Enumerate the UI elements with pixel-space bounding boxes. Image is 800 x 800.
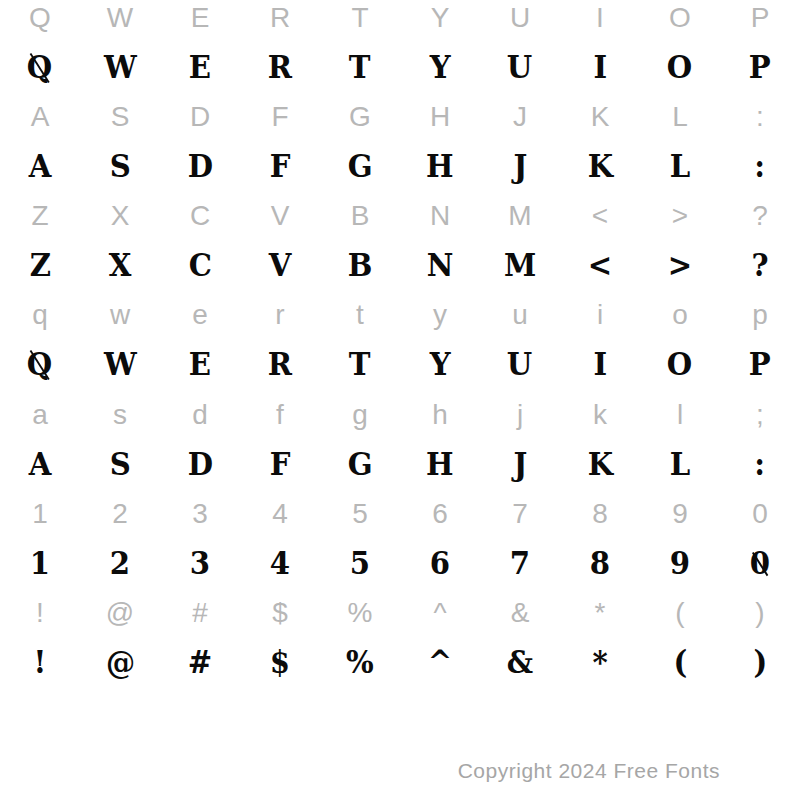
reference-glyph: y: [433, 301, 447, 329]
reference-glyph: R: [270, 4, 290, 32]
reference-glyph-cell: C: [160, 191, 240, 241]
reference-glyph: W: [107, 4, 133, 32]
reference-glyph-cell: @: [80, 588, 160, 638]
rendered-glyph-cell: ?: [720, 241, 800, 291]
rendered-glyph-cell: J: [480, 439, 560, 489]
reference-glyph-cell: $: [240, 588, 320, 638]
reference-glyph-cell: L: [640, 92, 720, 142]
rendered-glyph: G: [348, 151, 373, 182]
reference-glyph-cell: 1: [0, 489, 80, 539]
rendered-glyph-cell: D: [160, 142, 240, 192]
reference-glyph-cell: 3: [160, 489, 240, 539]
rendered-glyph: Y: [430, 349, 451, 380]
rendered-glyph-cell: T: [320, 340, 400, 390]
reference-glyph: J: [513, 103, 527, 131]
reference-glyph-cell: J: [480, 92, 560, 142]
rendered-glyph-cell: S: [80, 142, 160, 192]
rendered-glyph: #: [188, 647, 212, 678]
reference-glyph: p: [752, 301, 768, 329]
reference-glyph-cell: %: [320, 588, 400, 638]
rendered-glyph: D: [187, 449, 212, 480]
rendered-glyph: I: [593, 349, 607, 380]
reference-glyph: $: [272, 599, 288, 627]
reference-glyph: Z: [31, 202, 48, 230]
reference-glyph-cell: K: [560, 92, 640, 142]
rendered-glyph-cell: G: [320, 439, 400, 489]
rendered-glyph: ): [753, 647, 767, 678]
reference-glyph: 4: [272, 500, 288, 528]
rendered-glyph: 6: [430, 548, 450, 579]
reference-glyph-cell: M: [480, 191, 560, 241]
reference-glyph-cell: g: [320, 390, 400, 440]
reference-glyph: T: [351, 4, 368, 32]
reference-glyph-cell: e: [160, 291, 240, 341]
rendered-glyph: 7: [510, 548, 530, 579]
reference-glyph: l: [677, 401, 683, 429]
reference-glyph: t: [356, 301, 364, 329]
reference-glyph-cell: N: [400, 191, 480, 241]
reference-glyph-cell: 9: [640, 489, 720, 539]
rendered-glyph-cell: &: [480, 638, 560, 688]
reference-glyph-cell: #: [160, 588, 240, 638]
rendered-glyph: J: [513, 151, 527, 182]
reference-glyph: E: [191, 4, 210, 32]
reference-glyph-cell: (: [640, 588, 720, 638]
reference-glyph: 5: [352, 500, 368, 528]
reference-glyph: e: [192, 301, 208, 329]
rendered-glyph: K: [587, 151, 612, 182]
copyright-text: Copyright 2024 Free Fonts: [458, 759, 720, 783]
rendered-glyph: N: [427, 250, 454, 281]
rendered-glyph: L: [670, 151, 690, 182]
rendered-glyph: W: [104, 52, 137, 83]
reference-glyph: F: [271, 103, 288, 131]
reference-glyph: G: [349, 103, 371, 131]
reference-glyph: K: [591, 103, 610, 131]
reference-glyph-cell: X: [80, 191, 160, 241]
rendered-glyph: H: [426, 151, 454, 182]
reference-glyph: o: [672, 301, 688, 329]
rendered-glyph: %: [346, 647, 374, 678]
rendered-glyph: L: [670, 449, 690, 480]
rendered-glyph: <: [588, 250, 612, 281]
reference-glyph: !: [36, 599, 44, 627]
rendered-glyph-cell: U: [480, 340, 560, 390]
rendered-glyph-cell: :: [720, 142, 800, 192]
reference-glyph: i: [597, 301, 603, 329]
rendered-glyph: Q: [27, 349, 52, 380]
reference-glyph-cell: y: [400, 291, 480, 341]
reference-glyph: 0: [752, 500, 768, 528]
reference-glyph-cell: G: [320, 92, 400, 142]
reference-glyph: (: [675, 599, 684, 627]
rendered-glyph-cell: Y: [400, 43, 480, 93]
reference-glyph-cell: p: [720, 291, 800, 341]
rendered-glyph: E: [189, 349, 211, 380]
reference-glyph-cell: f: [240, 390, 320, 440]
reference-glyph-cell: I: [560, 0, 640, 43]
reference-glyph-cell: E: [160, 0, 240, 43]
rendered-glyph-cell: $: [240, 638, 320, 688]
rendered-glyph-cell: ): [720, 638, 800, 688]
reference-glyph-cell: s: [80, 390, 160, 440]
reference-glyph: h: [432, 401, 448, 429]
reference-glyph-cell: r: [240, 291, 320, 341]
reference-glyph: u: [512, 301, 528, 329]
rendered-glyph-cell: %: [320, 638, 400, 688]
rendered-glyph: I: [593, 52, 607, 83]
rendered-glyph: E: [189, 52, 211, 83]
rendered-glyph-cell: S: [80, 439, 160, 489]
rendered-glyph: O: [667, 349, 692, 380]
reference-glyph: M: [508, 202, 531, 230]
reference-glyph: f: [276, 401, 284, 429]
reference-glyph-cell: l: [640, 390, 720, 440]
reference-glyph-cell: T: [320, 0, 400, 43]
reference-glyph: L: [672, 103, 688, 131]
reference-glyph: ^: [433, 599, 446, 627]
reference-glyph-cell: a: [0, 390, 80, 440]
rendered-glyph-cell: J: [480, 142, 560, 192]
rendered-glyph-cell: <: [560, 241, 640, 291]
rendered-glyph: A: [29, 449, 52, 480]
reference-glyph-cell: V: [240, 191, 320, 241]
rendered-glyph-cell: 2: [80, 539, 160, 589]
reference-glyph-cell: ;: [720, 390, 800, 440]
rendered-glyph-cell: O: [640, 43, 720, 93]
rendered-glyph: F: [270, 449, 291, 480]
reference-glyph-cell: 5: [320, 489, 400, 539]
rendered-glyph: S: [109, 151, 130, 182]
rendered-glyph-cell: N: [400, 241, 480, 291]
rendered-glyph-cell: !: [0, 638, 80, 688]
rendered-glyph-cell: 6: [400, 539, 480, 589]
reference-glyph-cell: 8: [560, 489, 640, 539]
rendered-glyph: W: [104, 349, 137, 380]
reference-glyph-cell: :: [720, 92, 800, 142]
rendered-glyph-cell: C: [160, 241, 240, 291]
reference-glyph: 7: [512, 500, 528, 528]
character-grid: QWERTYUIOPQWERTYUIOPASDFGHJKL:ASDFGHJKL:…: [0, 0, 800, 687]
reference-glyph: k: [593, 401, 607, 429]
rendered-glyph-cell: L: [640, 439, 720, 489]
rendered-glyph-cell: A: [0, 439, 80, 489]
rendered-glyph: H: [426, 449, 454, 480]
reference-glyph-cell: Y: [400, 0, 480, 43]
rendered-glyph-cell: I: [560, 43, 640, 93]
rendered-glyph-cell: @: [80, 638, 160, 688]
rendered-glyph-cell: H: [400, 439, 480, 489]
reference-glyph: S: [111, 103, 130, 131]
rendered-glyph: S: [109, 449, 130, 480]
rendered-glyph-cell: 4: [240, 539, 320, 589]
reference-glyph: B: [351, 202, 370, 230]
reference-glyph-cell: 7: [480, 489, 560, 539]
rendered-glyph-cell: V: [240, 241, 320, 291]
rendered-glyph-cell: ^: [400, 638, 480, 688]
reference-glyph-cell: i: [560, 291, 640, 341]
reference-glyph: *: [595, 599, 606, 627]
rendered-glyph-cell: G: [320, 142, 400, 192]
rendered-glyph: Z: [29, 250, 50, 281]
rendered-glyph-cell: K: [560, 439, 640, 489]
rendered-glyph: Q: [27, 52, 52, 83]
reference-glyph-cell: 2: [80, 489, 160, 539]
reference-glyph-cell: D: [160, 92, 240, 142]
rendered-glyph-cell: L: [640, 142, 720, 192]
reference-glyph-cell: S: [80, 92, 160, 142]
rendered-glyph-cell: H: [400, 142, 480, 192]
rendered-glyph: :: [755, 151, 766, 182]
rendered-glyph-cell: M: [480, 241, 560, 291]
reference-glyph: A: [31, 103, 50, 131]
reference-glyph: q: [32, 301, 48, 329]
reference-glyph-cell: j: [480, 390, 560, 440]
rendered-glyph-cell: T: [320, 43, 400, 93]
rendered-glyph: !: [34, 647, 47, 678]
rendered-glyph: R: [268, 349, 292, 380]
rendered-glyph-cell: U: [480, 43, 560, 93]
rendered-glyph-cell: R: [240, 43, 320, 93]
reference-glyph: 2: [112, 500, 128, 528]
reference-glyph: w: [110, 301, 130, 329]
rendered-glyph: P: [749, 349, 771, 380]
reference-glyph-cell: U: [480, 0, 560, 43]
rendered-glyph: $: [270, 647, 290, 678]
reference-glyph: H: [430, 103, 450, 131]
reference-glyph-cell: o: [640, 291, 720, 341]
reference-glyph-cell: 4: [240, 489, 320, 539]
rendered-glyph: 2: [110, 548, 130, 579]
reference-glyph-cell: ?: [720, 191, 800, 241]
reference-glyph: 8: [592, 500, 608, 528]
rendered-glyph-cell: *: [560, 638, 640, 688]
rendered-glyph: X: [109, 250, 132, 281]
rendered-glyph: U: [507, 52, 532, 83]
rendered-glyph: A: [29, 151, 52, 182]
reference-glyph: C: [190, 202, 210, 230]
reference-glyph-cell: *: [560, 588, 640, 638]
reference-glyph: I: [596, 4, 604, 32]
rendered-glyph: T: [349, 52, 371, 83]
reference-glyph-cell: ): [720, 588, 800, 638]
reference-glyph-cell: Q: [0, 0, 80, 43]
rendered-glyph: 8: [590, 548, 610, 579]
reference-glyph: U: [510, 4, 530, 32]
reference-glyph-cell: d: [160, 390, 240, 440]
rendered-glyph: M: [504, 250, 536, 281]
rendered-glyph-cell: D: [160, 439, 240, 489]
rendered-glyph: P: [749, 52, 771, 83]
rendered-glyph: :: [755, 449, 766, 480]
rendered-glyph-cell: B: [320, 241, 400, 291]
reference-glyph-cell: Z: [0, 191, 80, 241]
reference-glyph: <: [592, 202, 608, 230]
reference-glyph-cell: ^: [400, 588, 480, 638]
rendered-glyph-cell: Q: [0, 43, 80, 93]
reference-glyph: :: [756, 103, 764, 131]
rendered-glyph-cell: :: [720, 439, 800, 489]
reference-glyph: Y: [431, 4, 450, 32]
reference-glyph: #: [192, 599, 208, 627]
rendered-glyph-cell: 5: [320, 539, 400, 589]
rendered-glyph-cell: E: [160, 340, 240, 390]
reference-glyph: &: [511, 599, 530, 627]
rendered-glyph-cell: 9: [640, 539, 720, 589]
rendered-glyph: 5: [350, 548, 370, 579]
reference-glyph: ;: [756, 401, 764, 429]
reference-glyph-cell: A: [0, 92, 80, 142]
reference-glyph: P: [751, 4, 770, 32]
reference-glyph-cell: w: [80, 291, 160, 341]
reference-glyph-cell: !: [0, 588, 80, 638]
rendered-glyph-cell: (: [640, 638, 720, 688]
rendered-glyph-cell: F: [240, 142, 320, 192]
reference-glyph-cell: O: [640, 0, 720, 43]
reference-glyph-cell: F: [240, 92, 320, 142]
rendered-glyph: 3: [190, 548, 210, 579]
rendered-glyph: *: [592, 647, 607, 678]
reference-glyph-cell: R: [240, 0, 320, 43]
reference-glyph: 6: [432, 500, 448, 528]
reference-glyph-cell: >: [640, 191, 720, 241]
rendered-glyph-cell: W: [80, 43, 160, 93]
rendered-glyph-cell: 0: [720, 539, 800, 589]
rendered-glyph-cell: E: [160, 43, 240, 93]
rendered-glyph-cell: 3: [160, 539, 240, 589]
rendered-glyph: Y: [430, 52, 451, 83]
rendered-glyph: T: [349, 349, 371, 380]
rendered-glyph: C: [188, 250, 211, 281]
rendered-glyph-cell: O: [640, 340, 720, 390]
reference-glyph: 1: [32, 500, 48, 528]
rendered-glyph-cell: #: [160, 638, 240, 688]
rendered-glyph-cell: K: [560, 142, 640, 192]
rendered-glyph-cell: P: [720, 43, 800, 93]
rendered-glyph: ?: [751, 250, 768, 281]
rendered-glyph: D: [187, 151, 212, 182]
reference-glyph-cell: 6: [400, 489, 480, 539]
reference-glyph: N: [430, 202, 450, 230]
rendered-glyph: 0: [750, 548, 770, 579]
reference-glyph: %: [348, 599, 373, 627]
reference-glyph: @: [106, 599, 134, 627]
reference-glyph-cell: B: [320, 191, 400, 241]
rendered-glyph: &: [507, 647, 533, 678]
rendered-glyph: G: [348, 449, 373, 480]
rendered-glyph: K: [587, 449, 612, 480]
reference-glyph-cell: h: [400, 390, 480, 440]
rendered-glyph-cell: Z: [0, 241, 80, 291]
rendered-glyph: O: [667, 52, 692, 83]
rendered-glyph-cell: X: [80, 241, 160, 291]
reference-glyph: g: [352, 401, 368, 429]
reference-glyph-cell: 0: [720, 489, 800, 539]
reference-glyph-cell: q: [0, 291, 80, 341]
font-specimen-page: QWERTYUIOPQWERTYUIOPASDFGHJKL:ASDFGHJKL:…: [0, 0, 800, 800]
rendered-glyph: 4: [270, 548, 290, 579]
reference-glyph: >: [672, 202, 688, 230]
reference-glyph: ): [755, 599, 764, 627]
rendered-glyph-cell: 8: [560, 539, 640, 589]
reference-glyph: ?: [752, 202, 768, 230]
reference-glyph: j: [517, 401, 523, 429]
rendered-glyph: J: [513, 449, 527, 480]
rendered-glyph-cell: Q: [0, 340, 80, 390]
reference-glyph-cell: H: [400, 92, 480, 142]
rendered-glyph: ^: [428, 647, 452, 678]
rendered-glyph: V: [269, 250, 292, 281]
rendered-glyph-cell: W: [80, 340, 160, 390]
reference-glyph: 9: [672, 500, 688, 528]
rendered-glyph: R: [268, 52, 292, 83]
reference-glyph: r: [275, 301, 284, 329]
rendered-glyph-cell: I: [560, 340, 640, 390]
rendered-glyph-cell: F: [240, 439, 320, 489]
reference-glyph-cell: &: [480, 588, 560, 638]
reference-glyph: Q: [29, 4, 51, 32]
rendered-glyph-cell: R: [240, 340, 320, 390]
rendered-glyph: @: [105, 647, 134, 678]
reference-glyph: a: [32, 401, 48, 429]
reference-glyph-cell: P: [720, 0, 800, 43]
reference-glyph: 3: [192, 500, 208, 528]
rendered-glyph: 1: [30, 548, 50, 579]
reference-glyph: X: [111, 202, 130, 230]
reference-glyph: V: [271, 202, 290, 230]
rendered-glyph: F: [270, 151, 291, 182]
reference-glyph-cell: <: [560, 191, 640, 241]
reference-glyph: D: [190, 103, 210, 131]
rendered-glyph-cell: >: [640, 241, 720, 291]
reference-glyph: s: [113, 401, 127, 429]
rendered-glyph-cell: 7: [480, 539, 560, 589]
rendered-glyph: (: [673, 647, 687, 678]
rendered-glyph-cell: A: [0, 142, 80, 192]
rendered-glyph: 9: [670, 548, 690, 579]
reference-glyph-cell: W: [80, 0, 160, 43]
reference-glyph-cell: u: [480, 291, 560, 341]
rendered-glyph: B: [348, 250, 373, 281]
reference-glyph-cell: t: [320, 291, 400, 341]
rendered-glyph-cell: P: [720, 340, 800, 390]
rendered-glyph: U: [507, 349, 532, 380]
rendered-glyph-cell: Y: [400, 340, 480, 390]
reference-glyph: O: [669, 4, 691, 32]
reference-glyph: d: [192, 401, 208, 429]
rendered-glyph: >: [668, 250, 692, 281]
rendered-glyph-cell: 1: [0, 539, 80, 589]
reference-glyph-cell: k: [560, 390, 640, 440]
